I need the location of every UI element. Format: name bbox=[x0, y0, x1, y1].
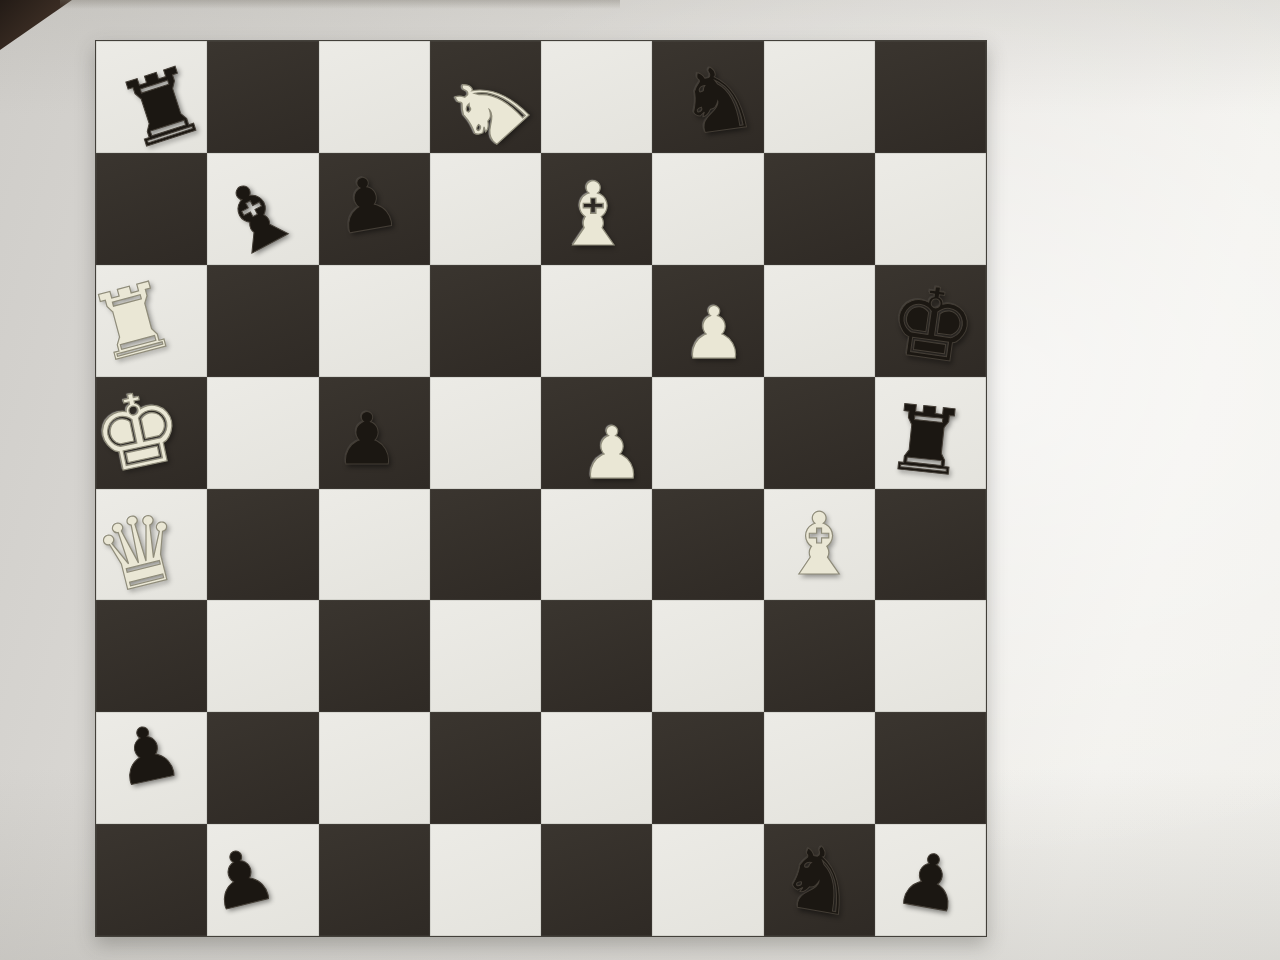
square-c4[interactable] bbox=[319, 489, 430, 601]
square-f4[interactable] bbox=[652, 489, 763, 601]
square-g8[interactable] bbox=[764, 41, 875, 153]
square-d1[interactable] bbox=[430, 824, 541, 936]
square-d4[interactable] bbox=[430, 489, 541, 601]
piece-black-knight-f8[interactable]: ♞ bbox=[672, 52, 762, 150]
square-c1[interactable] bbox=[319, 824, 430, 936]
square-h4[interactable] bbox=[875, 489, 986, 601]
square-b5[interactable] bbox=[207, 377, 318, 489]
square-h2[interactable] bbox=[875, 712, 986, 824]
square-b3[interactable] bbox=[207, 600, 318, 712]
square-c3[interactable] bbox=[319, 600, 430, 712]
piece-black-pawn-h1[interactable]: ♟ bbox=[891, 839, 969, 923]
square-h8[interactable] bbox=[875, 41, 986, 153]
square-h7[interactable] bbox=[875, 153, 986, 265]
square-g6[interactable] bbox=[764, 265, 875, 377]
square-b8[interactable] bbox=[207, 41, 318, 153]
square-e6[interactable] bbox=[541, 265, 652, 377]
table-edge-shadow bbox=[60, 0, 620, 9]
square-d3[interactable] bbox=[430, 600, 541, 712]
square-c8[interactable] bbox=[319, 41, 430, 153]
piece-white-pawn-e5[interactable]: ♟ bbox=[580, 417, 645, 489]
square-g7[interactable] bbox=[764, 153, 875, 265]
square-a3[interactable] bbox=[96, 600, 207, 712]
piece-white-pawn-f6[interactable]: ♟ bbox=[682, 297, 747, 369]
chess-board: ♜♞♞♝♟♝♜♟♚♚♟♟♜♛♝♟♟♞♟ bbox=[95, 40, 987, 937]
square-e8[interactable] bbox=[541, 41, 652, 153]
square-e4[interactable] bbox=[541, 489, 652, 601]
piece-black-pawn-c5[interactable]: ♟ bbox=[335, 403, 400, 475]
square-d7[interactable] bbox=[430, 153, 541, 265]
square-g5[interactable] bbox=[764, 377, 875, 489]
square-f5[interactable] bbox=[652, 377, 763, 489]
square-e1[interactable] bbox=[541, 824, 652, 936]
square-a7[interactable] bbox=[96, 153, 207, 265]
square-h3[interactable] bbox=[875, 600, 986, 712]
piece-black-rook-h5[interactable]: ♜ bbox=[882, 392, 972, 490]
piece-white-bishop-e7[interactable]: ♝ bbox=[554, 171, 633, 259]
square-a1[interactable] bbox=[96, 824, 207, 936]
square-c2[interactable] bbox=[319, 712, 430, 824]
square-d5[interactable] bbox=[430, 377, 541, 489]
piece-black-pawn-c7[interactable]: ♟ bbox=[328, 163, 404, 245]
piece-black-king-h6[interactable]: ♚ bbox=[882, 270, 983, 379]
square-b4[interactable] bbox=[207, 489, 318, 601]
square-e3[interactable] bbox=[541, 600, 652, 712]
square-b2[interactable] bbox=[207, 712, 318, 824]
square-f2[interactable] bbox=[652, 712, 763, 824]
piece-white-bishop-g4[interactable]: ♝ bbox=[780, 501, 857, 587]
square-e2[interactable] bbox=[541, 712, 652, 824]
square-f1[interactable] bbox=[652, 824, 763, 936]
square-f3[interactable] bbox=[652, 600, 763, 712]
square-g2[interactable] bbox=[764, 712, 875, 824]
square-b6[interactable] bbox=[207, 265, 318, 377]
square-f7[interactable] bbox=[652, 153, 763, 265]
square-d2[interactable] bbox=[430, 712, 541, 824]
square-g3[interactable] bbox=[764, 600, 875, 712]
piece-black-knight-g1[interactable]: ♞ bbox=[772, 830, 865, 930]
square-c6[interactable] bbox=[319, 265, 430, 377]
square-d6[interactable] bbox=[430, 265, 541, 377]
